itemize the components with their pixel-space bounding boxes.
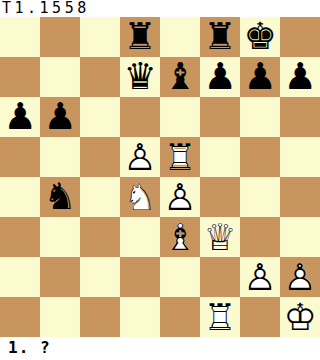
square-a6[interactable]: ♟ — [0, 97, 40, 137]
white-piece-outline: ♗ — [160, 217, 200, 257]
square-d4[interactable]: ♞♘ — [120, 177, 160, 217]
white-pawn: ♟♙ — [240, 257, 280, 297]
black-rook: ♜ — [200, 17, 240, 57]
square-a4[interactable] — [0, 177, 40, 217]
square-h3[interactable] — [280, 217, 320, 257]
square-f4[interactable] — [200, 177, 240, 217]
white-piece-outline: ♙ — [160, 177, 200, 217]
square-d8[interactable]: ♜ — [120, 17, 160, 57]
white-pawn: ♟♙ — [160, 177, 200, 217]
white-rook: ♜♖ — [200, 297, 240, 337]
square-d3[interactable] — [120, 217, 160, 257]
white-king: ♚♔ — [280, 297, 320, 337]
square-d2[interactable] — [120, 257, 160, 297]
white-queen: ♛♕ — [200, 217, 240, 257]
square-h5[interactable] — [280, 137, 320, 177]
square-e3[interactable]: ♝♗ — [160, 217, 200, 257]
square-b8[interactable] — [40, 17, 80, 57]
square-h4[interactable] — [280, 177, 320, 217]
white-piece-outline: ♖ — [200, 297, 240, 337]
white-piece-outline: ♙ — [240, 257, 280, 297]
square-e2[interactable] — [160, 257, 200, 297]
black-king: ♚ — [240, 17, 280, 57]
square-b5[interactable] — [40, 137, 80, 177]
square-c4[interactable] — [80, 177, 120, 217]
white-piece-outline: ♕ — [200, 217, 240, 257]
square-h6[interactable] — [280, 97, 320, 137]
black-bishop: ♝ — [160, 57, 200, 97]
square-h8[interactable] — [280, 17, 320, 57]
black-pawn: ♟ — [40, 97, 80, 137]
black-knight: ♞ — [40, 177, 80, 217]
square-d5[interactable]: ♟♙ — [120, 137, 160, 177]
square-c7[interactable] — [80, 57, 120, 97]
square-h7[interactable]: ♟ — [280, 57, 320, 97]
square-c5[interactable] — [80, 137, 120, 177]
black-pawn: ♟ — [280, 57, 320, 97]
square-e1[interactable] — [160, 297, 200, 337]
square-g8[interactable]: ♚ — [240, 17, 280, 57]
chess-board: ♜♜♚♛♝♟♟♟♟♟♟♙♜♖♞♞♘♟♙♝♗♛♕♟♙♟♙♜♖♚♔ — [0, 17, 320, 337]
square-a5[interactable] — [0, 137, 40, 177]
square-f8[interactable]: ♜ — [200, 17, 240, 57]
square-h2[interactable]: ♟♙ — [280, 257, 320, 297]
white-piece-outline: ♙ — [120, 137, 160, 177]
black-pawn: ♟ — [0, 97, 40, 137]
square-e8[interactable] — [160, 17, 200, 57]
square-a7[interactable] — [0, 57, 40, 97]
black-queen: ♛ — [120, 57, 160, 97]
square-a8[interactable] — [0, 17, 40, 57]
square-g2[interactable]: ♟♙ — [240, 257, 280, 297]
square-a2[interactable] — [0, 257, 40, 297]
square-g6[interactable] — [240, 97, 280, 137]
square-e6[interactable] — [160, 97, 200, 137]
square-a3[interactable] — [0, 217, 40, 257]
square-e5[interactable]: ♜♖ — [160, 137, 200, 177]
square-b4[interactable]: ♞ — [40, 177, 80, 217]
square-d6[interactable] — [120, 97, 160, 137]
square-e4[interactable]: ♟♙ — [160, 177, 200, 217]
chess-puzzle-page: T1.1558 ♜♜♚♛♝♟♟♟♟♟♟♙♜♖♞♞♘♟♙♝♗♛♕♟♙♟♙♜♖♚♔ … — [0, 0, 320, 360]
square-d1[interactable] — [120, 297, 160, 337]
square-f5[interactable] — [200, 137, 240, 177]
white-pawn: ♟♙ — [280, 257, 320, 297]
square-g7[interactable]: ♟ — [240, 57, 280, 97]
square-f3[interactable]: ♛♕ — [200, 217, 240, 257]
square-b7[interactable] — [40, 57, 80, 97]
square-c6[interactable] — [80, 97, 120, 137]
square-f7[interactable]: ♟ — [200, 57, 240, 97]
white-piece-outline: ♙ — [280, 257, 320, 297]
square-d7[interactable]: ♛ — [120, 57, 160, 97]
square-c8[interactable] — [80, 17, 120, 57]
square-b1[interactable] — [40, 297, 80, 337]
square-c2[interactable] — [80, 257, 120, 297]
square-e7[interactable]: ♝ — [160, 57, 200, 97]
square-b6[interactable]: ♟ — [40, 97, 80, 137]
black-rook: ♜ — [120, 17, 160, 57]
square-g3[interactable] — [240, 217, 280, 257]
square-g5[interactable] — [240, 137, 280, 177]
white-piece-outline: ♔ — [280, 297, 320, 337]
square-a1[interactable] — [0, 297, 40, 337]
black-pawn: ♟ — [240, 57, 280, 97]
square-f1[interactable]: ♜♖ — [200, 297, 240, 337]
white-knight: ♞♘ — [120, 177, 160, 217]
square-h1[interactable]: ♚♔ — [280, 297, 320, 337]
square-b3[interactable] — [40, 217, 80, 257]
white-pawn: ♟♙ — [120, 137, 160, 177]
black-pawn: ♟ — [200, 57, 240, 97]
square-g1[interactable] — [240, 297, 280, 337]
white-bishop: ♝♗ — [160, 217, 200, 257]
white-piece-outline: ♘ — [120, 177, 160, 217]
white-rook: ♜♖ — [160, 137, 200, 177]
move-prompt: 1. ? — [0, 337, 320, 360]
square-f6[interactable] — [200, 97, 240, 137]
square-g4[interactable] — [240, 177, 280, 217]
white-piece-outline: ♖ — [160, 137, 200, 177]
square-c1[interactable] — [80, 297, 120, 337]
square-b2[interactable] — [40, 257, 80, 297]
square-f2[interactable] — [200, 257, 240, 297]
square-c3[interactable] — [80, 217, 120, 257]
